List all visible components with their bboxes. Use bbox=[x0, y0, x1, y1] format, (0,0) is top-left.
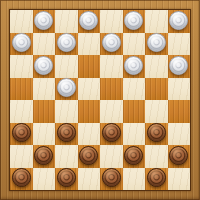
square-r2c0 bbox=[10, 55, 33, 78]
square-r3c5 bbox=[123, 78, 146, 101]
square-r1c0[interactable] bbox=[10, 33, 33, 56]
dark-checker[interactable] bbox=[147, 168, 166, 187]
square-r6c1[interactable] bbox=[33, 145, 56, 168]
board bbox=[9, 9, 191, 191]
white-checker[interactable] bbox=[34, 11, 53, 30]
square-r0c5[interactable] bbox=[123, 10, 146, 33]
square-r6c3[interactable] bbox=[78, 145, 101, 168]
white-checker[interactable] bbox=[169, 56, 188, 75]
square-r7c7 bbox=[168, 168, 191, 191]
square-r0c4 bbox=[100, 10, 123, 33]
square-r5c5 bbox=[123, 123, 146, 146]
square-r7c1 bbox=[33, 168, 56, 191]
square-r2c1[interactable] bbox=[33, 55, 56, 78]
white-checker[interactable] bbox=[34, 56, 53, 75]
square-r5c4[interactable] bbox=[100, 123, 123, 146]
square-r4c4 bbox=[100, 100, 123, 123]
square-r2c6 bbox=[145, 55, 168, 78]
square-r1c1 bbox=[33, 33, 56, 56]
square-r5c6[interactable] bbox=[145, 123, 168, 146]
white-checker[interactable] bbox=[102, 33, 121, 52]
square-r0c1[interactable] bbox=[33, 10, 56, 33]
square-r7c6[interactable] bbox=[145, 168, 168, 191]
square-r3c1 bbox=[33, 78, 56, 101]
white-checker[interactable] bbox=[12, 33, 31, 52]
square-r6c4 bbox=[100, 145, 123, 168]
dark-checker[interactable] bbox=[79, 146, 98, 165]
square-r3c2[interactable] bbox=[55, 78, 78, 101]
square-r1c4[interactable] bbox=[100, 33, 123, 56]
square-r5c1 bbox=[33, 123, 56, 146]
square-r3c3 bbox=[78, 78, 101, 101]
square-r2c2 bbox=[55, 55, 78, 78]
square-r0c6 bbox=[145, 10, 168, 33]
white-checker[interactable] bbox=[79, 11, 98, 30]
square-r1c3 bbox=[78, 33, 101, 56]
square-r3c0[interactable] bbox=[10, 78, 33, 101]
square-r6c5[interactable] bbox=[123, 145, 146, 168]
dark-checker[interactable] bbox=[34, 146, 53, 165]
white-checker[interactable] bbox=[147, 33, 166, 52]
dark-checker[interactable] bbox=[124, 146, 143, 165]
square-r1c7 bbox=[168, 33, 191, 56]
square-r5c0[interactable] bbox=[10, 123, 33, 146]
dark-checker[interactable] bbox=[12, 168, 31, 187]
square-r0c7[interactable] bbox=[168, 10, 191, 33]
square-r2c3[interactable] bbox=[78, 55, 101, 78]
square-r6c0 bbox=[10, 145, 33, 168]
square-r1c6[interactable] bbox=[145, 33, 168, 56]
square-r4c0 bbox=[10, 100, 33, 123]
square-r7c4[interactable] bbox=[100, 168, 123, 191]
dark-checker[interactable] bbox=[169, 146, 188, 165]
square-r7c0[interactable] bbox=[10, 168, 33, 191]
square-r5c2[interactable] bbox=[55, 123, 78, 146]
square-r5c3 bbox=[78, 123, 101, 146]
square-r0c2 bbox=[55, 10, 78, 33]
square-r4c3[interactable] bbox=[78, 100, 101, 123]
square-r3c4[interactable] bbox=[100, 78, 123, 101]
square-r6c7[interactable] bbox=[168, 145, 191, 168]
square-r0c0 bbox=[10, 10, 33, 33]
square-r7c3 bbox=[78, 168, 101, 191]
square-r2c4 bbox=[100, 55, 123, 78]
dark-checker[interactable] bbox=[147, 123, 166, 142]
square-r1c2[interactable] bbox=[55, 33, 78, 56]
square-r6c6 bbox=[145, 145, 168, 168]
square-r3c6[interactable] bbox=[145, 78, 168, 101]
square-r4c6 bbox=[145, 100, 168, 123]
square-r0c3[interactable] bbox=[78, 10, 101, 33]
square-r4c7[interactable] bbox=[168, 100, 191, 123]
white-checker[interactable] bbox=[57, 33, 76, 52]
white-checker[interactable] bbox=[169, 11, 188, 30]
square-r5c7 bbox=[168, 123, 191, 146]
square-r4c1[interactable] bbox=[33, 100, 56, 123]
white-checker[interactable] bbox=[124, 11, 143, 30]
dark-checker[interactable] bbox=[12, 123, 31, 142]
square-r2c7[interactable] bbox=[168, 55, 191, 78]
square-r4c2 bbox=[55, 100, 78, 123]
square-r1c5 bbox=[123, 33, 146, 56]
dark-checker[interactable] bbox=[102, 123, 121, 142]
dark-checker[interactable] bbox=[57, 168, 76, 187]
square-r6c2 bbox=[55, 145, 78, 168]
white-checker[interactable] bbox=[124, 56, 143, 75]
square-r3c7 bbox=[168, 78, 191, 101]
dark-checker[interactable] bbox=[102, 168, 121, 187]
square-r7c5 bbox=[123, 168, 146, 191]
square-r4c5[interactable] bbox=[123, 100, 146, 123]
square-r2c5[interactable] bbox=[123, 55, 146, 78]
dark-checker[interactable] bbox=[57, 123, 76, 142]
white-checker[interactable] bbox=[57, 78, 76, 97]
square-r7c2[interactable] bbox=[55, 168, 78, 191]
